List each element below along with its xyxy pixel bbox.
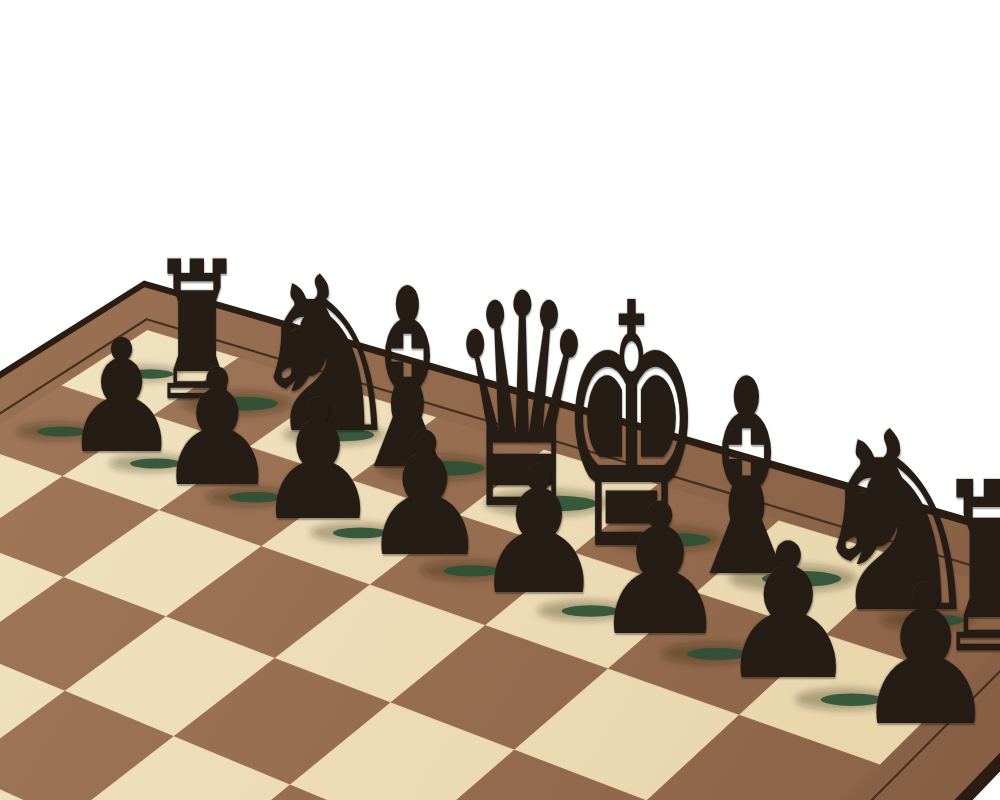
product-photo-scene: ♜♞♟♝♟♛♟♚♟♝♟♞♟♜♟♟ bbox=[0, 0, 1000, 800]
